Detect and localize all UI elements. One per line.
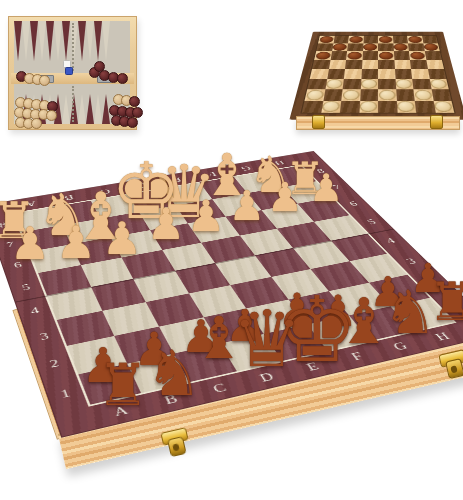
backgammon-point (94, 21, 102, 61)
backgammon-point (14, 21, 22, 61)
rank-label-right-5: 5 (365, 218, 378, 226)
backgammon-point (78, 94, 86, 124)
checkers-board (300, 35, 455, 113)
chess-piece-light-P-e6: ♟ (187, 195, 226, 238)
checkers-square (363, 36, 378, 44)
checkers-piece-light (397, 101, 415, 112)
checkers-square (411, 69, 429, 79)
checkers-square (321, 101, 342, 113)
checkers-piece-light (361, 79, 377, 89)
checkers-square (346, 51, 362, 60)
checkers-piece-light (360, 101, 377, 112)
checkers-square (362, 60, 379, 69)
checkers-piece-dark (379, 52, 394, 60)
rank-label-left-2: 2 (48, 358, 60, 370)
checkers-square (433, 101, 454, 113)
checkers-piece-dark (408, 36, 422, 43)
checkers-square (378, 51, 394, 60)
checkers-square (361, 69, 378, 79)
checkers-square (407, 36, 423, 44)
chess-piece-light-P-f6: ♟ (229, 186, 266, 227)
checkers-square (415, 101, 436, 113)
checkers-square (332, 43, 348, 51)
backgammon-checker-dark (129, 96, 140, 107)
backgammon-point (38, 21, 46, 61)
checkers-piece-dark (424, 44, 439, 51)
rank-label-right-4: 4 (384, 237, 397, 245)
rank-label-left-4: 4 (29, 306, 40, 316)
backgammon-checker-dark (94, 61, 105, 72)
checkers-square (305, 89, 325, 100)
rank-label-right-6: 6 (347, 200, 359, 207)
brass-clasp-icon (159, 427, 190, 458)
backgammon-checker-dark (117, 73, 128, 84)
checkers-square (393, 36, 408, 44)
file-label-bottom-c: C (211, 381, 229, 394)
checkers-square (312, 60, 330, 69)
checkers-front-edge (296, 116, 460, 130)
backgammon-inset (8, 16, 137, 130)
checkers-square (378, 36, 393, 44)
checkers-piece-dark (410, 52, 425, 60)
brass-clasp-icon (312, 115, 325, 129)
chess-piece-dark-R-a2: ♜ (97, 356, 149, 414)
checkers-square (360, 89, 378, 100)
checkers-piece-light (379, 90, 396, 100)
checkers-square (424, 51, 441, 60)
checkers-square (343, 79, 361, 90)
checkers-piece-light (322, 101, 341, 112)
checkers-square (422, 36, 438, 44)
backgammon-point (78, 21, 86, 61)
checkers-square (323, 89, 343, 100)
checkers-square (327, 69, 345, 79)
checkers-square (428, 69, 447, 79)
backgammon-lid (14, 21, 130, 73)
checkers-piece-dark (332, 44, 347, 51)
checkers-square (340, 101, 360, 113)
backgammon-point (86, 94, 94, 124)
checkers-square (348, 36, 363, 44)
chess-piece-light-P-g6: ♟ (267, 177, 303, 217)
checkers-square (423, 43, 440, 51)
checkers-square (360, 79, 378, 90)
backgammon-point (46, 21, 54, 61)
checkers-square (330, 51, 347, 60)
checkers-square (395, 69, 413, 79)
checkers-square (394, 60, 411, 69)
checkers-square (408, 43, 424, 51)
checkers-piece-dark (363, 44, 377, 51)
checkers-square (307, 79, 327, 90)
backgammon-point (62, 21, 70, 61)
checkers-square (341, 89, 360, 100)
checkers-square (302, 101, 323, 113)
checkers-square (378, 79, 396, 90)
checkers-piece-light (342, 90, 359, 100)
rank-label-left-3: 3 (38, 331, 50, 342)
checkers-square (429, 79, 449, 90)
checkers-piece-light (434, 101, 453, 112)
checkers-piece-dark (315, 52, 331, 60)
checkers-piece-dark (319, 36, 334, 43)
backgammon-point (54, 21, 62, 61)
chess-piece-light-P-b6: ♟ (56, 220, 96, 265)
checkers-square (378, 69, 395, 79)
checkers-square (344, 69, 362, 79)
checkers-square (362, 51, 378, 60)
checkers-piece-light (430, 79, 448, 89)
checkers-square (410, 60, 428, 69)
backgammon-point (62, 94, 70, 124)
chess-piece-light-P-a6: ♟ (10, 221, 50, 266)
chess-piece-dark-Q-d2: ♛ (232, 300, 302, 378)
checkers-square (426, 60, 444, 69)
checkers-piece-dark (379, 36, 393, 43)
checkers-square (396, 101, 416, 113)
checkers-square (393, 51, 409, 60)
backgammon-point (102, 21, 110, 61)
checkers-square (395, 79, 413, 90)
checkers-square (378, 89, 396, 100)
backgammon-checker-light (46, 110, 57, 121)
backgammon-lid-divider (72, 23, 74, 71)
checkers-piece-light (326, 79, 343, 89)
checkers-inset (289, 32, 463, 120)
backgammon-point (86, 21, 94, 61)
backgammon-point (94, 94, 102, 124)
checkers-square (412, 79, 431, 90)
backgammon-checker-dark (127, 117, 138, 128)
rank-label-left-5: 5 (21, 282, 32, 292)
brass-clasp-icon (430, 115, 443, 129)
checkers-square (378, 43, 393, 51)
checkers-square (359, 101, 378, 113)
checkers-square (310, 69, 329, 79)
checkers-square (325, 79, 344, 90)
checkers-piece-light (414, 90, 432, 100)
backgammon-checker-light (39, 75, 50, 86)
checkers-square (347, 43, 363, 51)
die-blue (65, 67, 73, 75)
checkers-square (329, 60, 347, 69)
checkers-square (396, 89, 415, 100)
backgammon-checker-light (31, 118, 42, 129)
checkers-square (393, 43, 409, 51)
checkers-square (333, 36, 349, 44)
checkers-square (316, 43, 333, 51)
checkers-square (363, 43, 378, 51)
checkers-square (345, 60, 362, 69)
checkers-piece-light (396, 79, 413, 89)
checkers-square (378, 101, 397, 113)
chess-piece-dark-N-b2: ♞ (146, 342, 202, 405)
checkers-square (413, 89, 433, 100)
checkers-square (318, 36, 334, 44)
rank-label-left-1: 1 (59, 387, 72, 400)
checkers-square (378, 60, 395, 69)
checkers-piece-dark (349, 36, 363, 43)
checkers-square (431, 89, 451, 100)
checkers-piece-dark (394, 44, 408, 51)
chess-piece-light-P-c6: ♟ (102, 216, 142, 261)
checkers-piece-light (306, 90, 325, 100)
backgammon-point (30, 21, 38, 61)
product-photo: AABBCCDDEEFFGGHH1122334455667788 ♜♞♝♚♛♝♞… (0, 0, 463, 500)
checkers-square (409, 51, 426, 60)
chess-piece-light-P-d6: ♟ (147, 203, 186, 246)
backgammon-point (22, 21, 30, 61)
checkers-square (314, 51, 331, 60)
backgammon-base-divider (72, 86, 74, 122)
chess-piece-light-P-h6: ♟ (309, 169, 343, 207)
checkers-piece-dark (347, 52, 362, 60)
brass-clasp-icon (437, 349, 463, 380)
